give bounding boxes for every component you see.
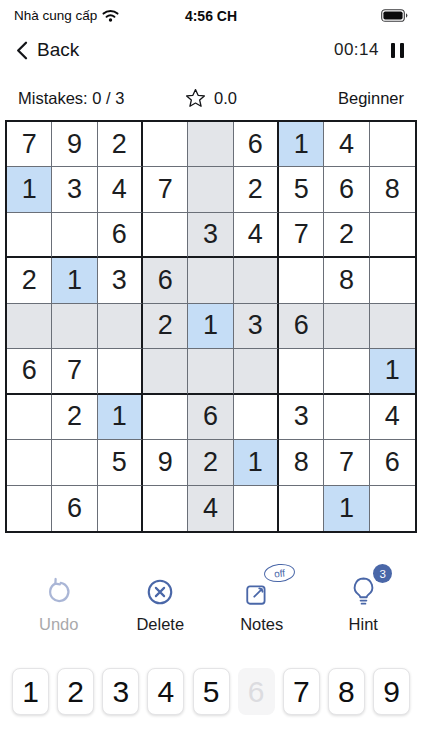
cell-r6c9[interactable]: 1 [370,349,415,394]
undo-button[interactable]: Undo [24,573,94,634]
cell-r7c2[interactable]: 2 [52,395,97,440]
cell-r5c8[interactable] [324,304,369,349]
numpad-key-5[interactable]: 5 [193,668,230,715]
cell-r2c7[interactable]: 5 [279,167,324,212]
cell-r9c6[interactable] [234,486,279,531]
cell-r8c1[interactable] [7,440,52,485]
cell-r8c9[interactable]: 6 [370,440,415,485]
numpad-key-3[interactable]: 3 [102,668,139,715]
score-group: 0.0 [147,88,276,108]
cell-r3c6[interactable]: 4 [234,213,279,258]
cell-r6c8[interactable] [324,349,369,394]
battery-icon [381,9,408,22]
info-row: Mistakes: 0 / 3 0.0 Beginner [0,86,422,110]
cell-r3c3[interactable]: 6 [98,213,143,258]
cell-r1c6[interactable]: 6 [234,122,279,167]
delete-button[interactable]: Delete [125,573,195,634]
cell-r1c2[interactable]: 9 [52,122,97,167]
cell-r8c5[interactable]: 2 [188,440,233,485]
cell-r3c1[interactable] [7,213,52,258]
numpad-key-7[interactable]: 7 [283,668,320,715]
cell-r9c1[interactable] [7,486,52,531]
cell-r3c8[interactable]: 2 [324,213,369,258]
cell-r1c4[interactable] [143,122,188,167]
cell-r7c5[interactable]: 6 [188,395,233,440]
cell-r2c9[interactable]: 8 [370,167,415,212]
back-button[interactable]: Back [16,39,79,61]
undo-icon [39,573,79,607]
cell-r2c4[interactable]: 7 [143,167,188,212]
cell-r4c9[interactable] [370,258,415,303]
numpad-key-1[interactable]: 1 [12,668,49,715]
cell-r1c1[interactable]: 7 [7,122,52,167]
number-pad: 123456789 [0,668,422,715]
cell-r7c1[interactable] [7,395,52,440]
cell-r7c3[interactable]: 1 [98,395,143,440]
cell-r5c3[interactable] [98,304,143,349]
cell-r9c4[interactable] [143,486,188,531]
cell-r9c2[interactable]: 6 [52,486,97,531]
cell-r5c7[interactable]: 6 [279,304,324,349]
cell-r5c4[interactable]: 2 [143,304,188,349]
cell-r6c1[interactable]: 6 [7,349,52,394]
cell-r6c6[interactable] [234,349,279,394]
cell-r4c2[interactable]: 1 [52,258,97,303]
cell-r8c4[interactable]: 9 [143,440,188,485]
cell-r4c3[interactable]: 3 [98,258,143,303]
cell-r1c7[interactable]: 1 [279,122,324,167]
pause-button[interactable] [389,41,406,60]
cell-r2c6[interactable]: 2 [234,167,279,212]
nav-bar: Back 00:14 [0,35,422,65]
cell-r1c9[interactable] [370,122,415,167]
cell-r2c2[interactable]: 3 [52,167,97,212]
cell-r2c5[interactable] [188,167,233,212]
cell-r1c5[interactable] [188,122,233,167]
toolbar: Undo Delete off Notes 3 Hint [0,573,422,634]
cell-r4c7[interactable] [279,258,324,303]
cell-r9c8[interactable]: 1 [324,486,369,531]
cell-r9c7[interactable] [279,486,324,531]
mistakes-label: Mistakes: 0 / 3 [18,89,147,108]
cell-r8c3[interactable]: 5 [98,440,143,485]
cell-r5c9[interactable] [370,304,415,349]
timer-group: 00:14 [334,40,406,60]
sudoku-board: 7926141347256863472213682136671216345921… [5,120,417,533]
cell-r3c5[interactable]: 3 [188,213,233,258]
cell-r9c3[interactable] [98,486,143,531]
cell-r6c2[interactable]: 7 [52,349,97,394]
cell-r1c8[interactable]: 4 [324,122,369,167]
cell-r6c5[interactable] [188,349,233,394]
back-label: Back [37,39,79,61]
delete-icon [140,573,180,607]
cell-r6c4[interactable] [143,349,188,394]
cell-r2c8[interactable]: 6 [324,167,369,212]
notes-label: Notes [240,615,283,634]
cell-r5c1[interactable] [7,304,52,349]
status-time: 4:56 CH [0,8,422,24]
cell-r6c7[interactable] [279,349,324,394]
cell-r5c6[interactable]: 3 [234,304,279,349]
score-value: 0.0 [214,89,237,108]
delete-label: Delete [136,615,184,634]
hint-button[interactable]: 3 Hint [328,573,398,634]
status-bar: Nhà cung cấp 4:56 CH [0,0,422,26]
cell-r4c4[interactable]: 6 [143,258,188,303]
numpad-key-8[interactable]: 8 [328,668,365,715]
cell-r5c5[interactable]: 1 [188,304,233,349]
cell-r1c3[interactable]: 2 [98,122,143,167]
cell-r9c9[interactable] [370,486,415,531]
cell-r2c3[interactable]: 4 [98,167,143,212]
cell-r7c6[interactable] [234,395,279,440]
timer-value: 00:14 [334,40,379,60]
cell-r2c1[interactable]: 1 [7,167,52,212]
cell-r3c4[interactable] [143,213,188,258]
cell-r8c2[interactable] [52,440,97,485]
numpad-key-4[interactable]: 4 [147,668,184,715]
undo-label: Undo [39,615,78,634]
cell-r8c6[interactable]: 1 [234,440,279,485]
numpad-key-2[interactable]: 2 [57,668,94,715]
hint-count-badge: 3 [373,564,392,583]
notes-icon: off [242,573,282,607]
hint-label: Hint [349,615,378,634]
cell-r5c2[interactable] [52,304,97,349]
notes-button[interactable]: off Notes [227,573,297,634]
hint-icon: 3 [343,573,383,607]
cell-r7c8[interactable] [324,395,369,440]
cell-r9c5[interactable]: 4 [188,486,233,531]
cell-r3c2[interactable] [52,213,97,258]
cell-r3c7[interactable]: 7 [279,213,324,258]
cell-r4c5[interactable] [188,258,233,303]
cell-r7c4[interactable] [143,395,188,440]
difficulty-label: Beginner [275,89,404,108]
cell-r3c9[interactable] [370,213,415,258]
cell-r6c3[interactable] [98,349,143,394]
cell-r8c7[interactable]: 8 [279,440,324,485]
numpad-key-6: 6 [238,668,275,715]
cell-r4c8[interactable]: 8 [324,258,369,303]
cell-r4c6[interactable] [234,258,279,303]
cell-r7c7[interactable]: 3 [279,395,324,440]
cell-r8c8[interactable]: 7 [324,440,369,485]
cell-r4c1[interactable]: 2 [7,258,52,303]
star-icon [185,88,206,108]
numpad-key-9[interactable]: 9 [373,668,410,715]
cell-r7c9[interactable]: 4 [370,395,415,440]
back-chevron-icon [16,41,28,60]
